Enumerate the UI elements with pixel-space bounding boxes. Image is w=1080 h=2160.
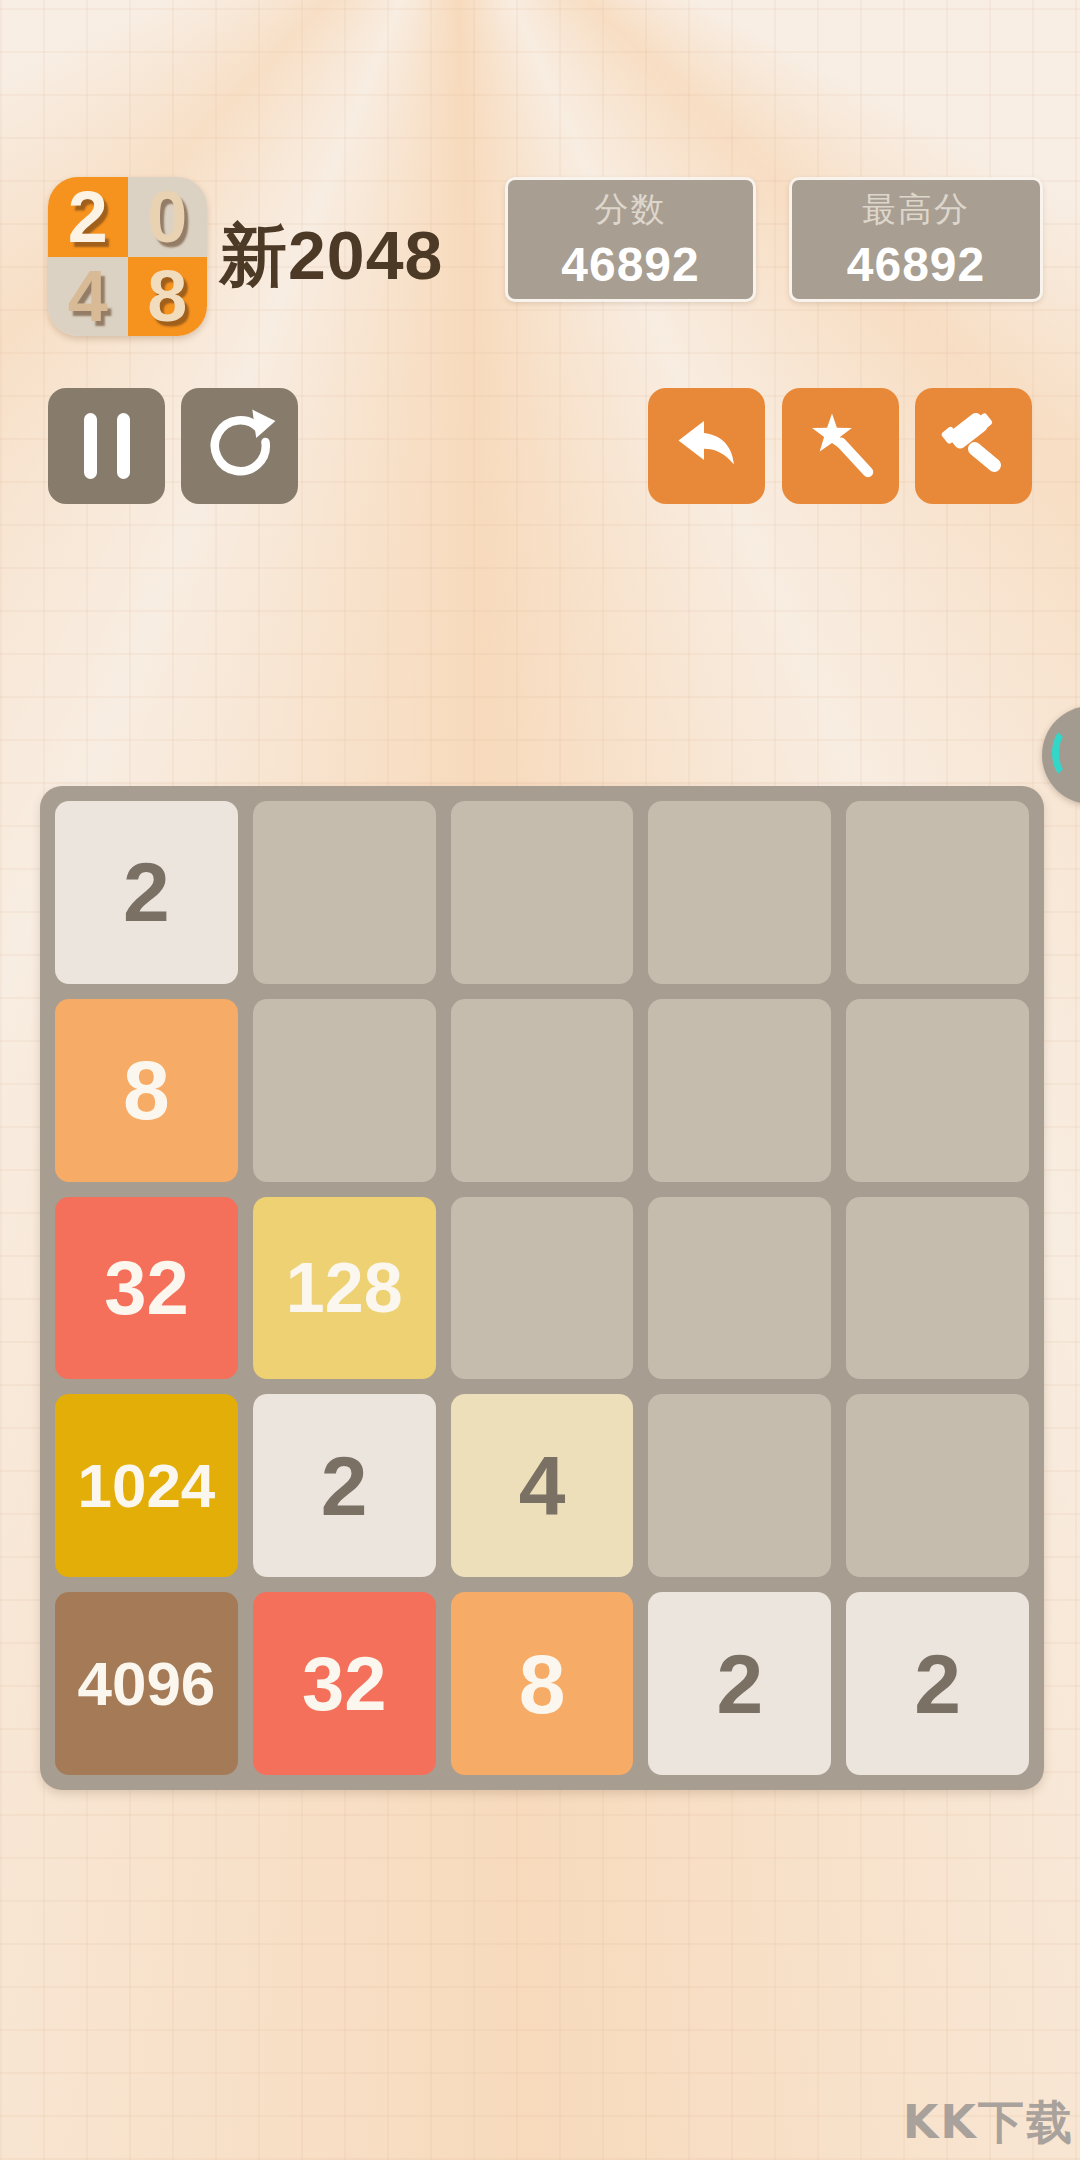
hammer-icon <box>938 409 1010 484</box>
tile-32-r3c1: 32 <box>55 1197 238 1380</box>
undo-arrow-icon <box>671 409 743 484</box>
watermark-brand: KK下载 <box>903 2092 1074 2154</box>
empty-cell-r4c4 <box>648 1394 831 1577</box>
tile-32-r5c2: 32 <box>253 1592 436 1775</box>
best-score-box: 最高分 46892 <box>789 177 1043 302</box>
watermark: KK下载 www.kkx.net <box>903 2092 1074 2160</box>
assistive-arc-icon <box>1052 726 1080 780</box>
empty-cell-r2c2 <box>253 999 436 1182</box>
hammer-button[interactable] <box>915 388 1032 504</box>
empty-cell-r3c3 <box>451 1197 634 1380</box>
restart-icon <box>203 408 277 485</box>
empty-cell-r1c3 <box>451 801 634 984</box>
empty-cell-r1c5 <box>846 801 1029 984</box>
best-score-value: 46892 <box>847 237 985 292</box>
empty-cell-r2c4 <box>648 999 831 1182</box>
app-logo: 2 0 4 8 <box>48 177 207 336</box>
empty-cell-r2c3 <box>451 999 634 1182</box>
watermark-url: www.kkx.net <box>903 2156 1074 2160</box>
empty-cell-r1c2 <box>253 801 436 984</box>
tile-8-r2c1: 8 <box>55 999 238 1182</box>
tile-128-r3c2: 128 <box>253 1197 436 1380</box>
tile-8-r5c3: 8 <box>451 1592 634 1775</box>
empty-cell-r4c5 <box>846 1394 1029 1577</box>
tile-2-r5c5: 2 <box>846 1592 1029 1775</box>
board[interactable]: 2832128102424409632822 <box>40 786 1044 1790</box>
tile-2-r5c4: 2 <box>648 1592 831 1775</box>
empty-cell-r1c4 <box>648 801 831 984</box>
tile-2-r1c1: 2 <box>55 801 238 984</box>
restart-button[interactable] <box>181 388 298 504</box>
floating-assistive-button[interactable] <box>1042 706 1080 804</box>
tile-4-r4c3: 4 <box>451 1394 634 1577</box>
tile-2-r4c2: 2 <box>253 1394 436 1577</box>
score-label: 分数 <box>595 187 667 233</box>
logo-digit-2: 2 <box>48 177 128 257</box>
best-score-label: 最高分 <box>862 187 970 233</box>
pause-button[interactable] <box>48 388 165 504</box>
empty-cell-r3c5 <box>846 1197 1029 1380</box>
undo-button[interactable] <box>648 388 765 504</box>
score-value: 46892 <box>561 237 699 292</box>
magic-wand-button[interactable] <box>782 388 899 504</box>
tile-1024-r4c1: 1024 <box>55 1394 238 1577</box>
empty-cell-r3c4 <box>648 1197 831 1380</box>
logo-digit-8: 8 <box>128 257 208 337</box>
logo-digit-0: 0 <box>128 177 208 257</box>
score-box: 分数 46892 <box>505 177 756 302</box>
logo-digit-4: 4 <box>48 257 128 337</box>
page-title: 新2048 <box>219 200 443 310</box>
tile-4096-r5c1: 4096 <box>55 1592 238 1775</box>
magic-wand-icon <box>805 409 877 484</box>
empty-cell-r2c5 <box>846 999 1029 1182</box>
pause-icon <box>84 413 130 479</box>
